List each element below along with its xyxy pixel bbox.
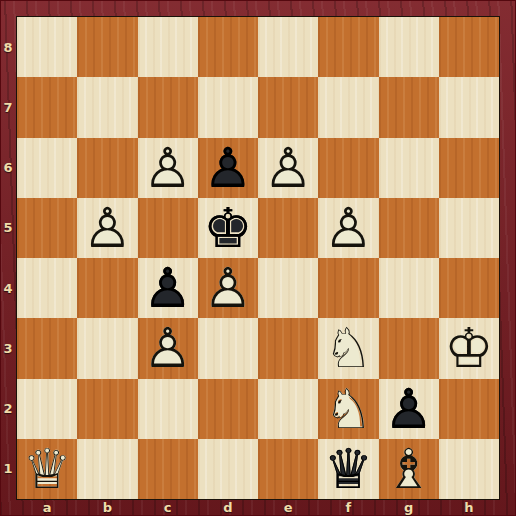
rank-label-1: 1: [0, 439, 16, 499]
rank-label-5: 5: [0, 198, 16, 258]
square-a7[interactable]: [17, 77, 77, 137]
square-c3[interactable]: ♟♙: [138, 318, 198, 378]
square-b3[interactable]: [77, 318, 137, 378]
square-c4[interactable]: ♟♙: [138, 258, 198, 318]
square-a4[interactable]: [17, 258, 77, 318]
white-queen-outline: ♕: [22, 439, 71, 499]
square-g4[interactable]: [379, 258, 439, 318]
square-b7[interactable]: [77, 77, 137, 137]
square-f8[interactable]: [318, 17, 378, 77]
white-pawn-outline: ♙: [203, 258, 252, 318]
square-h4[interactable]: [439, 258, 499, 318]
square-g1[interactable]: ♝♗: [379, 439, 439, 499]
piece-white-pawn-d4[interactable]: ♟♙: [198, 258, 258, 318]
square-f6[interactable]: [318, 138, 378, 198]
square-e7[interactable]: [258, 77, 318, 137]
white-pawn-outline: ♙: [143, 318, 192, 378]
white-bishop-outline: ♗: [384, 439, 433, 499]
square-c2[interactable]: [138, 379, 198, 439]
square-e8[interactable]: [258, 17, 318, 77]
file-label-c: c: [138, 500, 198, 515]
black-pawn-outline: ♙: [143, 258, 192, 318]
white-knight-outline: ♘: [324, 318, 373, 378]
square-h2[interactable]: [439, 379, 499, 439]
square-g3[interactable]: [379, 318, 439, 378]
square-d3[interactable]: [198, 318, 258, 378]
square-c7[interactable]: [138, 77, 198, 137]
square-f4[interactable]: [318, 258, 378, 318]
piece-black-pawn-g2[interactable]: ♟♙: [379, 379, 439, 439]
square-h3[interactable]: ♚♔: [439, 318, 499, 378]
square-b4[interactable]: [77, 258, 137, 318]
square-e5[interactable]: [258, 198, 318, 258]
black-pawn-outline: ♙: [384, 379, 433, 439]
piece-white-pawn-c6[interactable]: ♟♙: [138, 138, 198, 198]
square-g7[interactable]: [379, 77, 439, 137]
rank-label-2: 2: [0, 379, 16, 439]
square-b8[interactable]: [77, 17, 137, 77]
square-g6[interactable]: [379, 138, 439, 198]
file-label-f: f: [318, 500, 378, 515]
square-c8[interactable]: [138, 17, 198, 77]
square-g5[interactable]: [379, 198, 439, 258]
square-h5[interactable]: [439, 198, 499, 258]
piece-black-king-d5[interactable]: ♚♔: [198, 198, 258, 258]
square-f2[interactable]: ♞♘: [318, 379, 378, 439]
square-d6[interactable]: ♟♙: [198, 138, 258, 198]
square-a6[interactable]: [17, 138, 77, 198]
square-e1[interactable]: [258, 439, 318, 499]
square-e4[interactable]: [258, 258, 318, 318]
file-label-b: b: [77, 500, 137, 515]
square-d1[interactable]: [198, 439, 258, 499]
piece-black-pawn-c4[interactable]: ♟♙: [138, 258, 198, 318]
rank-label-8: 8: [0, 17, 16, 77]
square-e2[interactable]: [258, 379, 318, 439]
piece-black-queen-f1[interactable]: ♛♕: [318, 439, 378, 499]
piece-white-king-h3[interactable]: ♚♔: [439, 318, 499, 378]
chessboard: ♟♙♟♙♟♙♟♙♚♔♟♙♟♙♟♙♟♙♞♘♚♔♞♘♟♙♛♕♛♕♝♗: [16, 16, 500, 500]
square-f1[interactable]: ♛♕: [318, 439, 378, 499]
chessboard-frame: ♟♙♟♙♟♙♟♙♚♔♟♙♟♙♟♙♟♙♞♘♚♔♞♘♟♙♛♕♛♕♝♗ 8765432…: [0, 0, 516, 516]
square-a3[interactable]: [17, 318, 77, 378]
file-label-h: h: [439, 500, 499, 515]
square-h7[interactable]: [439, 77, 499, 137]
square-b6[interactable]: [77, 138, 137, 198]
square-f3[interactable]: ♞♘: [318, 318, 378, 378]
white-pawn-outline: ♙: [263, 138, 312, 198]
piece-white-knight-f2[interactable]: ♞♘: [318, 379, 378, 439]
square-h6[interactable]: [439, 138, 499, 198]
piece-white-bishop-g1[interactable]: ♝♗: [379, 439, 439, 499]
square-d8[interactable]: [198, 17, 258, 77]
square-a8[interactable]: [17, 17, 77, 77]
file-label-d: d: [198, 500, 258, 515]
square-c1[interactable]: [138, 439, 198, 499]
white-pawn-outline: ♙: [143, 138, 192, 198]
white-pawn-outline: ♙: [324, 198, 373, 258]
file-label-g: g: [379, 500, 439, 515]
square-d7[interactable]: [198, 77, 258, 137]
white-knight-outline: ♘: [324, 379, 373, 439]
square-a1[interactable]: ♛♕: [17, 439, 77, 499]
black-queen-outline: ♕: [324, 439, 373, 499]
square-b2[interactable]: [77, 379, 137, 439]
piece-white-pawn-f5[interactable]: ♟♙: [318, 198, 378, 258]
square-a2[interactable]: [17, 379, 77, 439]
rank-label-4: 4: [0, 258, 16, 318]
square-b5[interactable]: ♟♙: [77, 198, 137, 258]
white-pawn-outline: ♙: [83, 198, 132, 258]
square-d4[interactable]: ♟♙: [198, 258, 258, 318]
square-d5[interactable]: ♚♔: [198, 198, 258, 258]
piece-black-pawn-d6[interactable]: ♟♙: [198, 138, 258, 198]
square-f7[interactable]: [318, 77, 378, 137]
piece-white-pawn-b5[interactable]: ♟♙: [77, 198, 137, 258]
piece-white-pawn-c3[interactable]: ♟♙: [138, 318, 198, 378]
black-king-outline: ♔: [203, 198, 252, 258]
rank-label-6: 6: [0, 138, 16, 198]
square-c5[interactable]: [138, 198, 198, 258]
square-e6[interactable]: ♟♙: [258, 138, 318, 198]
square-g2[interactable]: ♟♙: [379, 379, 439, 439]
square-c6[interactable]: ♟♙: [138, 138, 198, 198]
white-king-outline: ♔: [444, 318, 493, 378]
piece-white-pawn-e6[interactable]: ♟♙: [258, 138, 318, 198]
black-pawn-outline: ♙: [203, 138, 252, 198]
square-f5[interactable]: ♟♙: [318, 198, 378, 258]
square-b1[interactable]: [77, 439, 137, 499]
square-h1[interactable]: [439, 439, 499, 499]
square-h8[interactable]: [439, 17, 499, 77]
square-d2[interactable]: [198, 379, 258, 439]
piece-white-knight-f3[interactable]: ♞♘: [318, 318, 378, 378]
file-label-a: a: [17, 500, 77, 515]
piece-white-queen-a1[interactable]: ♛♕: [17, 439, 77, 499]
file-label-e: e: [258, 500, 318, 515]
square-g8[interactable]: [379, 17, 439, 77]
rank-label-3: 3: [0, 318, 16, 378]
rank-label-7: 7: [0, 77, 16, 137]
square-a5[interactable]: [17, 198, 77, 258]
square-e3[interactable]: [258, 318, 318, 378]
